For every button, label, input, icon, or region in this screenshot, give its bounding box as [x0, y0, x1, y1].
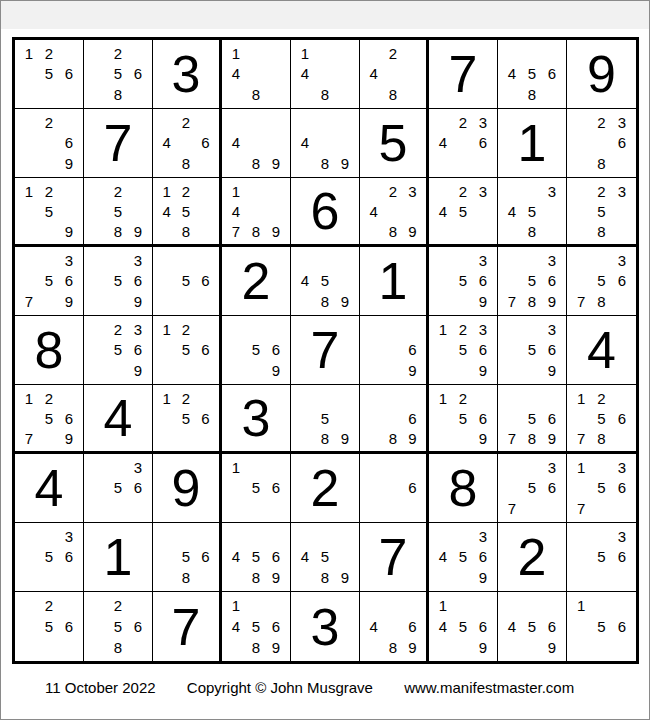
pencil-marks: 3569: [429, 247, 497, 315]
pencil-mark-slot: [364, 181, 383, 201]
pencil-mark-slot: [128, 595, 148, 616]
pencil-mark-slot: 9: [59, 153, 79, 174]
cell-r9c1[interactable]: 256: [15, 592, 84, 661]
cell-r1c6[interactable]: 248: [360, 40, 429, 109]
solved-digit: 7: [153, 592, 219, 661]
pencil-mark-slot: [473, 595, 493, 616]
pencil-mark-slot: 8: [591, 428, 611, 448]
pencil-marks: 2358: [567, 178, 636, 244]
pencil-mark-slot: 2: [591, 388, 611, 408]
pencil-marks: 1259: [15, 178, 83, 244]
cell-r8c4[interactable]: 45689: [222, 523, 291, 592]
pencil-mark-slot: [433, 221, 453, 241]
pencil-marks: 2568: [84, 40, 152, 108]
pencil-mark-slot: 8: [591, 221, 611, 241]
pencil-mark-slot: 5: [591, 408, 611, 428]
pencil-mark-slot: [226, 498, 246, 519]
cell-r5c6[interactable]: 69: [360, 316, 429, 385]
pencil-mark-slot: 4: [226, 133, 246, 154]
pencil-mark-slot: 3: [542, 250, 562, 271]
cell-r8c8[interactable]: 2: [498, 523, 567, 592]
pencil-mark-slot: 2: [453, 319, 473, 340]
pencil-mark-slot: 8: [246, 221, 266, 241]
pencil-mark-slot: [612, 595, 632, 616]
pencil-mark-slot: [157, 271, 176, 292]
pencil-mark-slot: [335, 547, 355, 568]
pencil-mark-slot: [542, 498, 562, 519]
pencil-mark-slot: [522, 457, 542, 478]
pencil-marks: 156: [222, 454, 290, 522]
cell-r2c2[interactable]: 7: [84, 109, 153, 178]
pencil-mark-slot: [19, 408, 39, 428]
cell-r8c7[interactable]: 34569: [429, 523, 498, 592]
solved-digit: 6: [291, 178, 359, 244]
pencil-mark-slot: [39, 291, 59, 312]
pencil-mark-slot: 8: [246, 637, 266, 658]
pencil-mark-slot: 6: [403, 616, 422, 637]
pencil-mark-slot: [19, 250, 39, 271]
pencil-mark-slot: [364, 595, 383, 616]
pencil-mark-slot: 9: [542, 637, 562, 658]
pencil-mark-slot: [266, 64, 286, 85]
cell-r1c8[interactable]: 4568: [498, 40, 567, 109]
pencil-marks: 148: [222, 40, 290, 108]
pencil-mark-slot: [335, 133, 355, 154]
cell-r6c3[interactable]: 1256: [153, 385, 222, 454]
pencil-mark-slot: 4: [157, 133, 176, 154]
cell-r5c4[interactable]: 569: [222, 316, 291, 385]
pencil-mark-slot: [433, 153, 453, 174]
cell-r4c8[interactable]: 356789: [498, 247, 567, 316]
pencil-marks: 2468: [153, 109, 219, 177]
pencil-marks: 12458: [153, 178, 219, 244]
cell-r4c1[interactable]: 35679: [15, 247, 84, 316]
pencil-mark-slot: [196, 319, 215, 340]
pencil-mark-slot: 5: [39, 547, 59, 568]
pencil-mark-slot: 9: [403, 360, 422, 381]
cell-r7c6[interactable]: 6: [360, 454, 429, 523]
solved-digit: 1: [360, 247, 426, 315]
cell-r2c5[interactable]: 489: [291, 109, 360, 178]
pencil-mark-slot: 5: [522, 478, 542, 499]
pencil-mark-slot: [433, 428, 453, 448]
cell-r6c9[interactable]: 125678: [567, 385, 636, 454]
pencil-mark-slot: 5: [176, 271, 195, 292]
pencil-mark-slot: 5: [246, 478, 266, 499]
cell-r8c2[interactable]: 1: [84, 523, 153, 592]
cell-r7c9[interactable]: 13567: [567, 454, 636, 523]
pencil-mark-slot: 8: [383, 84, 402, 105]
pencil-mark-slot: 6: [612, 133, 632, 154]
pencil-mark-slot: 2: [39, 43, 59, 64]
pencil-mark-slot: 6: [542, 64, 562, 85]
cell-r3c2[interactable]: 2589: [84, 178, 153, 247]
cell-r5c3[interactable]: 1256: [153, 316, 222, 385]
pencil-mark-slot: [335, 64, 355, 85]
pencil-mark-slot: [473, 221, 493, 241]
cell-r1c4[interactable]: 148: [222, 40, 291, 109]
pencil-marks: 34569: [429, 523, 497, 591]
pencil-mark-slot: [403, 84, 422, 105]
cell-r2c3[interactable]: 2468: [153, 109, 222, 178]
pencil-mark-slot: [88, 64, 108, 85]
cell-r3c8[interactable]: 3458: [498, 178, 567, 247]
pencil-mark-slot: [453, 360, 473, 381]
pencil-marks: 2346: [429, 109, 497, 177]
cell-r6c2[interactable]: 4: [84, 385, 153, 454]
pencil-mark-slot: 5: [453, 616, 473, 637]
footer-website: www.manifestmaster.com: [404, 679, 574, 696]
pencil-mark-slot: 5: [108, 201, 128, 221]
cell-r2c6[interactable]: 5: [360, 109, 429, 178]
pencil-mark-slot: [403, 43, 422, 64]
pencil-mark-slot: [246, 595, 266, 616]
pencil-marks: 14789: [222, 178, 290, 244]
pencil-mark-slot: [157, 291, 176, 312]
pencil-mark-slot: [88, 271, 108, 292]
pencil-mark-slot: [19, 271, 39, 292]
pencil-mark-slot: 7: [19, 291, 39, 312]
pencil-mark-slot: [502, 43, 522, 64]
cell-r9c4[interactable]: 145689: [222, 592, 291, 661]
cell-r7c8[interactable]: 3567: [498, 454, 567, 523]
solved-digit: 4: [84, 385, 152, 451]
cell-r6c7[interactable]: 12569: [429, 385, 498, 454]
pencil-mark-slot: [88, 360, 108, 381]
pencil-mark-slot: 1: [226, 457, 246, 478]
pencil-mark-slot: 3: [128, 319, 148, 340]
pencil-mark-slot: 8: [315, 428, 335, 448]
solved-digit: 9: [153, 454, 219, 522]
pencil-mark-slot: 5: [176, 408, 195, 428]
cell-r1c1[interactable]: 1256: [15, 40, 84, 109]
cell-r3c7[interactable]: 2345: [429, 178, 498, 247]
pencil-marks: 356789: [498, 247, 566, 315]
pencil-mark-slot: 3: [128, 250, 148, 271]
cell-r6c6[interactable]: 689: [360, 385, 429, 454]
pencil-mark-slot: 6: [542, 271, 562, 292]
pencil-mark-slot: [176, 526, 195, 547]
pencil-mark-slot: [246, 457, 266, 478]
cell-r5c8[interactable]: 3569: [498, 316, 567, 385]
pencil-mark-slot: 4: [502, 64, 522, 85]
pencil-mark-slot: [433, 112, 453, 133]
cell-r3c4[interactable]: 14789: [222, 178, 291, 247]
cell-r7c4[interactable]: 156: [222, 454, 291, 523]
pencil-mark-slot: [383, 616, 402, 637]
pencil-mark-slot: 3: [542, 319, 562, 340]
pencil-marks: 35679: [15, 247, 83, 315]
pencil-marks: 4589: [291, 247, 359, 315]
pencil-mark-slot: 3: [473, 181, 493, 201]
pencil-mark-slot: 7: [571, 428, 591, 448]
cell-r7c3[interactable]: 9: [153, 454, 222, 523]
pencil-mark-slot: 2: [176, 319, 195, 340]
pencil-mark-slot: [246, 498, 266, 519]
pencil-mark-slot: [88, 340, 108, 361]
pencil-mark-slot: 6: [266, 340, 286, 361]
solved-digit: 4: [567, 316, 636, 384]
pencil-mark-slot: 2: [39, 181, 59, 201]
pencil-mark-slot: [591, 526, 611, 547]
cell-r2c9[interactable]: 2368: [567, 109, 636, 178]
pencil-mark-slot: [59, 43, 79, 64]
cell-r3c6[interactable]: 23489: [360, 178, 429, 247]
pencil-mark-slot: 8: [108, 84, 128, 105]
cell-r2c4[interactable]: 489: [222, 109, 291, 178]
pencil-mark-slot: [571, 250, 591, 271]
pencil-mark-slot: [295, 526, 315, 547]
pencil-mark-slot: [364, 457, 383, 478]
cell-r8c1[interactable]: 356: [15, 523, 84, 592]
pencil-mark-slot: [59, 181, 79, 201]
pencil-mark-slot: [59, 595, 79, 616]
pencil-marks: 356: [15, 523, 83, 591]
pencil-mark-slot: 6: [612, 616, 632, 637]
cell-r5c5[interactable]: 7: [291, 316, 360, 385]
pencil-mark-slot: [295, 153, 315, 174]
pencil-marks: 125678: [567, 385, 636, 451]
pencil-mark-slot: [157, 567, 176, 588]
cell-r1c3[interactable]: 3: [153, 40, 222, 109]
pencil-mark-slot: [502, 84, 522, 105]
cell-r7c7[interactable]: 8: [429, 454, 498, 523]
pencil-mark-slot: [433, 408, 453, 428]
pencil-mark-slot: 5: [108, 616, 128, 637]
pencil-mark-slot: [571, 547, 591, 568]
cell-r9c6[interactable]: 4689: [360, 592, 429, 661]
cell-r8c5[interactable]: 4589: [291, 523, 360, 592]
pencil-mark-slot: 4: [433, 201, 453, 221]
pencil-mark-slot: [335, 526, 355, 547]
pencil-mark-slot: [59, 567, 79, 588]
pencil-mark-slot: 9: [473, 291, 493, 312]
pencil-mark-slot: [246, 201, 266, 221]
pencil-mark-slot: [433, 637, 453, 658]
pencil-mark-slot: [335, 408, 355, 428]
pencil-mark-slot: 5: [453, 340, 473, 361]
pencil-mark-slot: 7: [502, 428, 522, 448]
pencil-marks: 568: [153, 523, 219, 591]
cell-r7c5[interactable]: 2: [291, 454, 360, 523]
cell-r1c9[interactable]: 9: [567, 40, 636, 109]
cell-r5c1[interactable]: 8: [15, 316, 84, 385]
pencil-mark-slot: 1: [571, 457, 591, 478]
pencil-mark-slot: 8: [383, 637, 402, 658]
pencil-mark-slot: [571, 181, 591, 201]
cell-r4c6[interactable]: 1: [360, 247, 429, 316]
cell-r9c7[interactable]: 14569: [429, 592, 498, 661]
cell-r9c9[interactable]: 156: [567, 592, 636, 661]
pencil-marks: 56789: [498, 385, 566, 451]
cell-r1c2[interactable]: 2568: [84, 40, 153, 109]
pencil-mark-slot: 6: [403, 340, 422, 361]
pencil-mark-slot: [403, 595, 422, 616]
pencil-mark-slot: 1: [157, 388, 176, 408]
cell-r1c5[interactable]: 148: [291, 40, 360, 109]
solved-digit: 2: [498, 523, 566, 591]
pencil-mark-slot: 3: [403, 181, 422, 201]
pencil-mark-slot: [502, 637, 522, 658]
pencil-mark-slot: [502, 271, 522, 292]
pencil-mark-slot: 6: [473, 271, 493, 292]
pencil-marks: 3569: [498, 316, 566, 384]
pencil-mark-slot: [542, 221, 562, 241]
pencil-mark-slot: 9: [473, 360, 493, 381]
pencil-mark-slot: 9: [335, 567, 355, 588]
pencil-mark-slot: 2: [39, 112, 59, 133]
cell-r7c2[interactable]: 356: [84, 454, 153, 523]
cell-r6c4[interactable]: 3: [222, 385, 291, 454]
pencil-mark-slot: 8: [591, 153, 611, 174]
cell-r4c4[interactable]: 2: [222, 247, 291, 316]
pencil-mark-slot: 8: [315, 291, 335, 312]
pencil-mark-slot: 9: [266, 360, 286, 381]
pencil-mark-slot: [39, 428, 59, 448]
solved-digit: 3: [222, 385, 290, 451]
pencil-mark-slot: [157, 360, 176, 381]
pencil-mark-slot: [571, 271, 591, 292]
pencil-mark-slot: 6: [473, 547, 493, 568]
pencil-mark-slot: 9: [403, 637, 422, 658]
pencil-mark-slot: [226, 112, 246, 133]
pencil-mark-slot: 8: [522, 221, 542, 241]
solved-digit: 7: [429, 40, 497, 108]
pencil-mark-slot: [364, 221, 383, 241]
pencil-marks: 4569: [498, 592, 566, 661]
pencil-mark-slot: [266, 595, 286, 616]
pencil-mark-slot: [433, 567, 453, 588]
pencil-mark-slot: [295, 567, 315, 588]
pencil-mark-slot: 5: [591, 271, 611, 292]
pencil-mark-slot: 6: [128, 64, 148, 85]
cell-r9c2[interactable]: 2568: [84, 592, 153, 661]
cell-r4c3[interactable]: 56: [153, 247, 222, 316]
pencil-mark-slot: [591, 250, 611, 271]
pencil-mark-slot: [88, 498, 108, 519]
pencil-mark-slot: [226, 567, 246, 588]
cell-r9c3[interactable]: 7: [153, 592, 222, 661]
pencil-mark-slot: 6: [266, 547, 286, 568]
pencil-mark-slot: 5: [176, 547, 195, 568]
pencil-mark-slot: 8: [246, 153, 266, 174]
pencil-mark-slot: 6: [542, 408, 562, 428]
cell-r9c8[interactable]: 4569: [498, 592, 567, 661]
pencil-marks: 12569: [429, 385, 497, 451]
pencil-mark-slot: 5: [246, 547, 266, 568]
pencil-mark-slot: [266, 201, 286, 221]
top-strip: [1, 1, 649, 29]
cell-r6c8[interactable]: 56789: [498, 385, 567, 454]
cell-r4c2[interactable]: 3569: [84, 247, 153, 316]
pencil-mark-slot: [196, 360, 215, 381]
pencil-mark-slot: [383, 457, 402, 478]
pencil-marks: 489: [222, 109, 290, 177]
pencil-mark-slot: 4: [226, 547, 246, 568]
pencil-mark-slot: 5: [315, 547, 335, 568]
pencil-mark-slot: 9: [59, 428, 79, 448]
cell-r3c9[interactable]: 2358: [567, 178, 636, 247]
pencil-mark-slot: [403, 388, 422, 408]
pencil-marks: 356: [567, 523, 636, 591]
pencil-mark-slot: [315, 133, 335, 154]
pencil-marks: 14569: [429, 592, 497, 661]
pencil-mark-slot: 2: [453, 112, 473, 133]
pencil-mark-slot: 3: [542, 181, 562, 201]
pencil-mark-slot: [364, 428, 383, 448]
pencil-mark-slot: 9: [542, 428, 562, 448]
pencil-mark-slot: [88, 250, 108, 271]
pencil-mark-slot: 2: [176, 388, 195, 408]
pencil-mark-slot: 1: [157, 319, 176, 340]
pencil-marks: 35678: [567, 247, 636, 315]
pencil-marks: 3569: [84, 247, 152, 315]
pencil-mark-slot: 5: [246, 616, 266, 637]
pencil-mark-slot: 3: [128, 457, 148, 478]
pencil-mark-slot: 5: [453, 201, 473, 221]
pencil-mark-slot: [108, 457, 128, 478]
pencil-mark-slot: 6: [542, 478, 562, 499]
pencil-mark-slot: 2: [176, 181, 195, 201]
cell-r8c6[interactable]: 7: [360, 523, 429, 592]
pencil-mark-slot: 2: [108, 43, 128, 64]
cell-r5c9[interactable]: 4: [567, 316, 636, 385]
pencil-mark-slot: [453, 153, 473, 174]
cell-r2c7[interactable]: 2346: [429, 109, 498, 178]
pencil-mark-slot: 6: [128, 271, 148, 292]
cell-r4c9[interactable]: 35678: [567, 247, 636, 316]
pencil-mark-slot: 5: [522, 271, 542, 292]
cell-r9c5[interactable]: 3: [291, 592, 360, 661]
cell-r3c1[interactable]: 1259: [15, 178, 84, 247]
pencil-mark-slot: 8: [176, 153, 195, 174]
cell-r2c8[interactable]: 1: [498, 109, 567, 178]
solved-digit: 7: [291, 316, 359, 384]
pencil-mark-slot: [59, 388, 79, 408]
cell-r3c5[interactable]: 6: [291, 178, 360, 247]
pencil-mark-slot: 9: [473, 428, 493, 448]
cell-r8c9[interactable]: 356: [567, 523, 636, 592]
cell-r5c7[interactable]: 123569: [429, 316, 498, 385]
pencil-mark-slot: 1: [19, 43, 39, 64]
pencil-mark-slot: [246, 526, 266, 547]
cell-r6c5[interactable]: 589: [291, 385, 360, 454]
cell-r2c1[interactable]: 269: [15, 109, 84, 178]
cell-r4c5[interactable]: 4589: [291, 247, 360, 316]
pencil-mark-slot: [364, 498, 383, 519]
cell-r3c3[interactable]: 12458: [153, 178, 222, 247]
pencil-mark-slot: [128, 498, 148, 519]
pencil-mark-slot: [226, 340, 246, 361]
pencil-mark-slot: 6: [403, 408, 422, 428]
pencil-mark-slot: 2: [453, 388, 473, 408]
cell-r7c1[interactable]: 4: [15, 454, 84, 523]
pencil-mark-slot: [335, 84, 355, 105]
cell-r1c7[interactable]: 7: [429, 40, 498, 109]
pencil-mark-slot: [39, 250, 59, 271]
pencil-mark-slot: [571, 478, 591, 499]
cell-r4c7[interactable]: 3569: [429, 247, 498, 316]
solved-digit: 8: [429, 454, 497, 522]
cell-r6c1[interactable]: 125679: [15, 385, 84, 454]
pencil-mark-slot: [542, 43, 562, 64]
pencil-mark-slot: [315, 112, 335, 133]
pencil-mark-slot: 6: [196, 340, 215, 361]
cell-r8c3[interactable]: 568: [153, 523, 222, 592]
pencil-mark-slot: [383, 498, 402, 519]
pencil-mark-slot: 6: [542, 616, 562, 637]
cell-r5c2[interactable]: 23569: [84, 316, 153, 385]
